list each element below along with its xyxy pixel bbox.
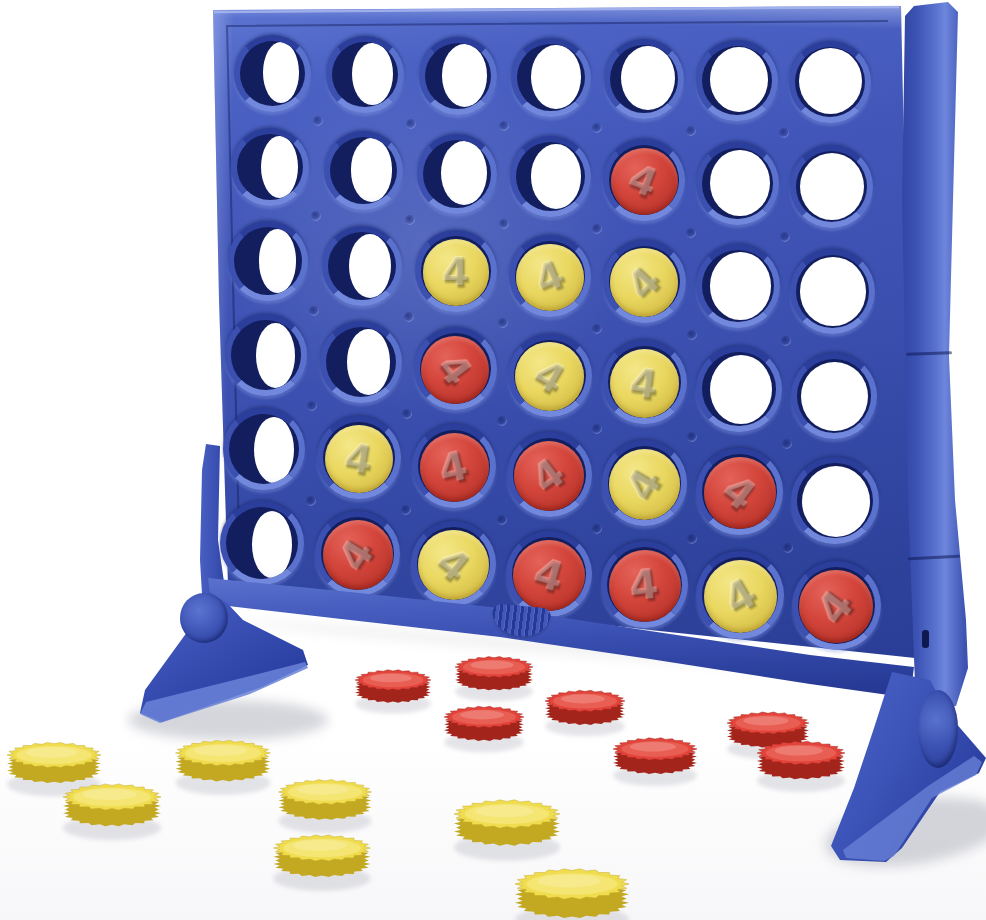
- loose-disc-yellow[interactable]: [176, 740, 271, 795]
- gear-top-sheen: [561, 694, 605, 703]
- loose-discs-layer: [0, 0, 986, 920]
- loose-disc-yellow[interactable]: [63, 784, 161, 840]
- loose-disc-yellow[interactable]: [279, 780, 372, 833]
- loose-disc-yellow[interactable]: [515, 869, 629, 920]
- gear-top-sheen: [370, 674, 412, 683]
- gear-top-sheen: [460, 710, 504, 719]
- gear-top-sheen: [83, 789, 137, 800]
- gear-top-sheen: [475, 805, 533, 817]
- gear-top-sheen: [630, 742, 676, 752]
- loose-disc-red[interactable]: [455, 657, 533, 702]
- loose-disc-red[interactable]: [613, 738, 697, 786]
- gear-top-sheen: [743, 716, 788, 725]
- loose-disc-red[interactable]: [355, 670, 431, 714]
- gear-top-sheen: [26, 747, 78, 758]
- loose-disc-red[interactable]: [545, 690, 625, 736]
- gear-top-sheen: [195, 745, 247, 756]
- loose-disc-red[interactable]: [444, 706, 524, 752]
- gear-top-sheen: [538, 874, 601, 887]
- gear-top-sheen: [775, 746, 823, 756]
- loose-disc-yellow[interactable]: [454, 800, 560, 861]
- gear-top-sheen: [471, 660, 514, 669]
- gear-top-sheen: [293, 840, 346, 851]
- loose-disc-red[interactable]: [757, 741, 845, 792]
- gear-top-sheen: [297, 784, 348, 795]
- connect4-product-photo: 444444444444444444: [0, 0, 986, 920]
- loose-disc-yellow[interactable]: [274, 835, 371, 891]
